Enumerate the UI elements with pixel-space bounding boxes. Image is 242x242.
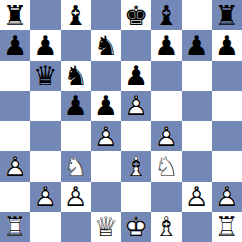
piece-glyph-outline: ♔ — [121, 212, 151, 242]
square-f5[interactable] — [151, 91, 181, 121]
square-h1[interactable]: ♜♖ — [212, 212, 242, 242]
square-e7[interactable] — [121, 30, 151, 60]
piece-white-bishop: ♝♗ — [121, 151, 151, 181]
piece-glyph: ♟ — [212, 30, 242, 60]
square-g2[interactable]: ♟♙ — [182, 182, 212, 212]
piece-glyph-outline: ♕ — [91, 212, 121, 242]
square-h6[interactable] — [212, 61, 242, 91]
piece-black-rook: ♜ — [0, 0, 30, 30]
piece-black-pawn: ♟ — [121, 61, 151, 91]
piece-glyph: ♞ — [61, 61, 91, 91]
piece-glyph-outline: ♙ — [30, 182, 60, 212]
square-f1[interactable]: ♝♗ — [151, 212, 181, 242]
piece-glyph-outline: ♙ — [212, 182, 242, 212]
square-c1[interactable] — [61, 212, 91, 242]
square-g1[interactable] — [182, 212, 212, 242]
piece-glyph: ♚ — [121, 0, 151, 30]
piece-white-pawn: ♟♙ — [212, 182, 242, 212]
square-d6[interactable] — [91, 61, 121, 91]
piece-glyph-outline: ♖ — [0, 212, 30, 242]
piece-glyph: ♟ — [121, 61, 151, 91]
square-d4[interactable]: ♟♙ — [91, 121, 121, 151]
square-b7[interactable]: ♟ — [30, 30, 60, 60]
piece-black-pawn: ♟ — [212, 30, 242, 60]
square-a8[interactable]: ♜ — [0, 0, 30, 30]
square-c2[interactable]: ♟♙ — [61, 182, 91, 212]
square-f2[interactable] — [151, 182, 181, 212]
piece-white-pawn: ♟♙ — [121, 91, 151, 121]
square-d7[interactable]: ♞ — [91, 30, 121, 60]
piece-glyph: ♜ — [212, 0, 242, 30]
piece-white-rook: ♜♖ — [212, 212, 242, 242]
piece-black-rook: ♜ — [212, 0, 242, 30]
square-b6[interactable]: ♛ — [30, 61, 60, 91]
piece-black-queen: ♛ — [30, 61, 60, 91]
square-c6[interactable]: ♞ — [61, 61, 91, 91]
piece-black-pawn: ♟ — [91, 91, 121, 121]
square-h4[interactable] — [212, 121, 242, 151]
square-h7[interactable]: ♟ — [212, 30, 242, 60]
piece-glyph: ♟ — [91, 91, 121, 121]
piece-glyph: ♞ — [91, 30, 121, 60]
square-e1[interactable]: ♚♔ — [121, 212, 151, 242]
square-e6[interactable]: ♟ — [121, 61, 151, 91]
square-c7[interactable] — [61, 30, 91, 60]
square-a6[interactable] — [0, 61, 30, 91]
piece-white-king: ♚♔ — [121, 212, 151, 242]
square-a5[interactable] — [0, 91, 30, 121]
square-e3[interactable]: ♝♗ — [121, 151, 151, 181]
piece-black-pawn: ♟ — [30, 30, 60, 60]
square-e8[interactable]: ♚ — [121, 0, 151, 30]
piece-black-king: ♚ — [121, 0, 151, 30]
square-e2[interactable] — [121, 182, 151, 212]
piece-glyph: ♟ — [182, 30, 212, 60]
piece-glyph-outline: ♗ — [151, 212, 181, 242]
piece-white-rook: ♜♖ — [0, 212, 30, 242]
piece-white-pawn: ♟♙ — [0, 151, 30, 181]
square-d5[interactable]: ♟ — [91, 91, 121, 121]
piece-glyph: ♟ — [151, 30, 181, 60]
square-f4[interactable]: ♟♙ — [151, 121, 181, 151]
square-g3[interactable] — [182, 151, 212, 181]
piece-glyph: ♝ — [61, 0, 91, 30]
piece-black-pawn: ♟ — [151, 30, 181, 60]
square-f6[interactable] — [151, 61, 181, 91]
square-c5[interactable]: ♟ — [61, 91, 91, 121]
piece-glyph-outline: ♙ — [121, 91, 151, 121]
square-h5[interactable] — [212, 91, 242, 121]
piece-glyph: ♟ — [30, 30, 60, 60]
square-f3[interactable]: ♞♘ — [151, 151, 181, 181]
piece-glyph-outline: ♙ — [151, 121, 181, 151]
piece-black-pawn: ♟ — [182, 30, 212, 60]
square-g6[interactable] — [182, 61, 212, 91]
square-a2[interactable] — [0, 182, 30, 212]
square-h3[interactable] — [212, 151, 242, 181]
square-c3[interactable]: ♞♘ — [61, 151, 91, 181]
square-d8[interactable] — [91, 0, 121, 30]
piece-white-pawn: ♟♙ — [91, 121, 121, 151]
piece-white-pawn: ♟♙ — [182, 182, 212, 212]
piece-glyph-outline: ♘ — [151, 151, 181, 181]
square-a3[interactable]: ♟♙ — [0, 151, 30, 181]
square-b4[interactable] — [30, 121, 60, 151]
piece-black-bishop: ♝ — [61, 0, 91, 30]
piece-glyph-outline: ♙ — [0, 151, 30, 181]
piece-black-pawn: ♟ — [0, 30, 30, 60]
piece-glyph-outline: ♙ — [61, 182, 91, 212]
piece-white-queen: ♛♕ — [91, 212, 121, 242]
square-g5[interactable] — [182, 91, 212, 121]
piece-glyph: ♝ — [151, 0, 181, 30]
square-h8[interactable]: ♜ — [212, 0, 242, 30]
piece-black-knight: ♞ — [91, 30, 121, 60]
square-d2[interactable] — [91, 182, 121, 212]
square-f8[interactable]: ♝ — [151, 0, 181, 30]
square-b8[interactable] — [30, 0, 60, 30]
square-d1[interactable]: ♛♕ — [91, 212, 121, 242]
piece-white-knight: ♞♘ — [61, 151, 91, 181]
square-c8[interactable]: ♝ — [61, 0, 91, 30]
square-b1[interactable] — [30, 212, 60, 242]
square-b5[interactable] — [30, 91, 60, 121]
square-a4[interactable] — [0, 121, 30, 151]
square-g8[interactable] — [182, 0, 212, 30]
square-a7[interactable]: ♟ — [0, 30, 30, 60]
square-d3[interactable] — [91, 151, 121, 181]
square-b2[interactable]: ♟♙ — [30, 182, 60, 212]
square-a1[interactable]: ♜♖ — [0, 212, 30, 242]
piece-glyph-outline: ♗ — [121, 151, 151, 181]
piece-white-knight: ♞♘ — [151, 151, 181, 181]
piece-glyph-outline: ♙ — [91, 121, 121, 151]
square-e4[interactable] — [121, 121, 151, 151]
square-e5[interactable]: ♟♙ — [121, 91, 151, 121]
piece-black-bishop: ♝ — [151, 0, 181, 30]
piece-glyph-outline: ♘ — [61, 151, 91, 181]
piece-white-bishop: ♝♗ — [151, 212, 181, 242]
piece-black-knight: ♞ — [61, 61, 91, 91]
piece-glyph-outline: ♙ — [182, 182, 212, 212]
piece-white-pawn: ♟♙ — [61, 182, 91, 212]
piece-black-pawn: ♟ — [61, 91, 91, 121]
piece-white-pawn: ♟♙ — [30, 182, 60, 212]
piece-glyph-outline: ♖ — [212, 212, 242, 242]
square-g4[interactable] — [182, 121, 212, 151]
piece-glyph: ♟ — [61, 91, 91, 121]
square-b3[interactable] — [30, 151, 60, 181]
piece-glyph: ♜ — [0, 0, 30, 30]
square-h2[interactable]: ♟♙ — [212, 182, 242, 212]
piece-glyph: ♛ — [30, 61, 60, 91]
square-c4[interactable] — [61, 121, 91, 151]
square-g7[interactable]: ♟ — [182, 30, 212, 60]
chess-board: ♜♝♚♝♜♟♟♞♟♟♟♛♞♟♟♟♟♙♟♙♟♙♟♙♞♘♝♗♞♘♟♙♟♙♟♙♟♙♜♖… — [0, 0, 242, 242]
piece-glyph: ♟ — [0, 30, 30, 60]
piece-white-pawn: ♟♙ — [151, 121, 181, 151]
square-f7[interactable]: ♟ — [151, 30, 181, 60]
